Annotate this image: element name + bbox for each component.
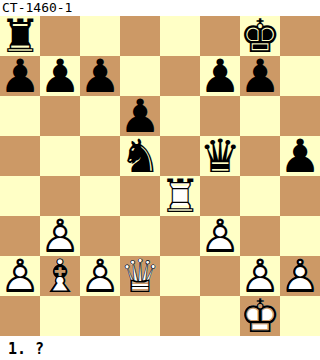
square-e7[interactable] [160, 56, 200, 96]
square-c1[interactable] [80, 296, 120, 336]
square-e1[interactable] [160, 296, 200, 336]
square-d4[interactable] [120, 176, 160, 216]
square-e4[interactable]: ♜♖ [160, 176, 200, 216]
square-a2[interactable]: ♟♙ [0, 256, 40, 296]
square-f5[interactable]: ♛ [200, 136, 240, 176]
piece-outline-layer: ♙ [0, 256, 40, 296]
square-b6[interactable] [40, 96, 80, 136]
square-d5[interactable]: ♞ [120, 136, 160, 176]
square-a4[interactable] [0, 176, 40, 216]
square-a6[interactable] [0, 96, 40, 136]
square-b7[interactable]: ♟ [40, 56, 80, 96]
piece-outline-layer: ♗ [40, 256, 80, 296]
black-pawn-icon: ♟ [40, 56, 80, 96]
black-knight-icon: ♞ [120, 136, 160, 176]
square-f3[interactable]: ♟♙ [200, 216, 240, 256]
square-h1[interactable] [280, 296, 320, 336]
square-f1[interactable] [200, 296, 240, 336]
square-d2[interactable]: ♛♕ [120, 256, 160, 296]
square-d8[interactable] [120, 16, 160, 56]
square-d1[interactable] [120, 296, 160, 336]
piece-outline-layer: ♖ [160, 176, 200, 216]
square-h4[interactable] [280, 176, 320, 216]
square-c2[interactable]: ♟♙ [80, 256, 120, 296]
black-queen-icon: ♛ [200, 136, 240, 176]
square-g5[interactable] [240, 136, 280, 176]
square-c5[interactable] [80, 136, 120, 176]
black-pawn-icon: ♟ [0, 56, 40, 96]
square-h2[interactable]: ♟♙ [280, 256, 320, 296]
square-b2[interactable]: ♝♗ [40, 256, 80, 296]
square-a7[interactable]: ♟ [0, 56, 40, 96]
square-f2[interactable] [200, 256, 240, 296]
square-g1[interactable]: ♚♔ [240, 296, 280, 336]
square-h8[interactable] [280, 16, 320, 56]
square-c7[interactable]: ♟ [80, 56, 120, 96]
square-g4[interactable] [240, 176, 280, 216]
square-e3[interactable] [160, 216, 200, 256]
white-rook-icon: ♜♖ [160, 176, 200, 216]
piece-outline-layer: ♙ [280, 256, 320, 296]
black-pawn-icon: ♟ [280, 136, 320, 176]
square-e6[interactable] [160, 96, 200, 136]
white-bishop-icon: ♝♗ [40, 256, 80, 296]
white-queen-icon: ♛♕ [120, 256, 160, 296]
square-c6[interactable] [80, 96, 120, 136]
black-pawn-icon: ♟ [80, 56, 120, 96]
piece-outline-layer: ♔ [240, 296, 280, 336]
square-c4[interactable] [80, 176, 120, 216]
square-f7[interactable]: ♟ [200, 56, 240, 96]
square-b5[interactable] [40, 136, 80, 176]
square-h5[interactable]: ♟ [280, 136, 320, 176]
square-g6[interactable] [240, 96, 280, 136]
piece-outline-layer: ♕ [120, 256, 160, 296]
chess-board: ♜♚♟♟♟♟♟♟♞♛♟♜♖♟♙♟♙♟♙♝♗♟♙♛♕♟♙♟♙♚♔ [0, 16, 320, 336]
square-b1[interactable] [40, 296, 80, 336]
square-a5[interactable] [0, 136, 40, 176]
black-pawn-icon: ♟ [240, 56, 280, 96]
white-pawn-icon: ♟♙ [200, 216, 240, 256]
piece-outline-layer: ♙ [200, 216, 240, 256]
square-e2[interactable] [160, 256, 200, 296]
white-pawn-icon: ♟♙ [80, 256, 120, 296]
white-pawn-icon: ♟♙ [280, 256, 320, 296]
square-a1[interactable] [0, 296, 40, 336]
square-h7[interactable] [280, 56, 320, 96]
piece-outline-layer: ♙ [80, 256, 120, 296]
black-pawn-icon: ♟ [200, 56, 240, 96]
white-pawn-icon: ♟♙ [0, 256, 40, 296]
square-g7[interactable]: ♟ [240, 56, 280, 96]
white-king-icon: ♚♔ [240, 296, 280, 336]
square-e8[interactable] [160, 16, 200, 56]
chess-puzzle-window: CT-1460-1 ♜♚♟♟♟♟♟♟♞♛♟♜♖♟♙♟♙♟♙♝♗♟♙♛♕♟♙♟♙♚… [0, 0, 320, 360]
